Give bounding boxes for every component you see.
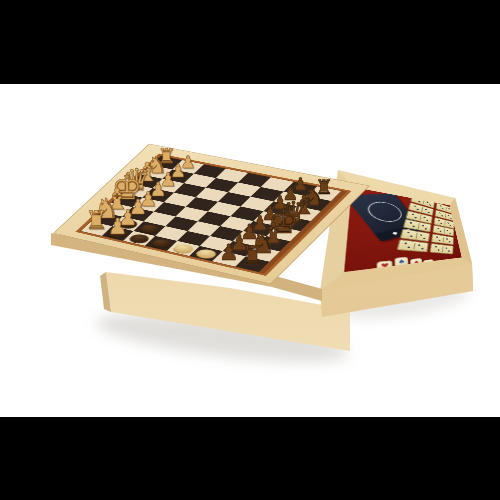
chess-piece-wP: ♟ [108,215,128,237]
product-photo-wooden-game-box[interactable]: ◆◆ ♥♠♦♣ ♜♟♟♜♞♟♟♞♝♟♟♝♛♟♟♛♚♟♟♚♝♟♟♝♞♟♟♞♜♟♟♜ [0,0,500,500]
chess-piece-bR: ♜ [241,243,264,268]
chess-piece-bP: ♟ [219,241,239,263]
chess-piece-wR: ♜ [85,207,108,232]
